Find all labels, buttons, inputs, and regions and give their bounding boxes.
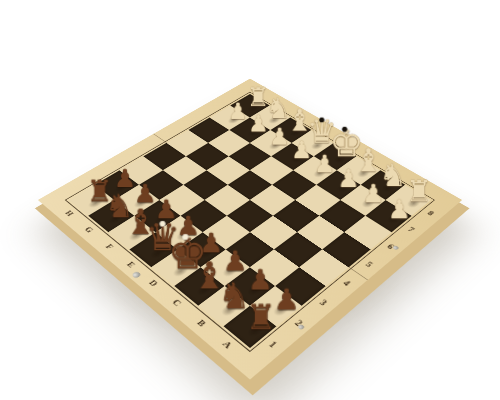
perspective-wrapper: ♜♟♟♜♞♟♟♞♝♟♟♝♛♟♟♛♚♟♟♚♝♟♟♝♞♟♟♞♜♟♟♜ HGFEDCB…	[0, 0, 500, 400]
chessboard-frame: ♜♟♟♜♞♟♟♞♝♟♟♝♛♟♟♛♚♟♟♚♝♟♟♝♞♟♟♞♜♟♟♜ HGFEDCB…	[38, 79, 462, 380]
rook-glyph: ♜	[242, 301, 280, 335]
painted-finial-tip	[319, 118, 324, 123]
pawn-glyph: ♟	[383, 197, 416, 223]
piece-brown-rook-a1[interactable]: ♜	[242, 301, 280, 335]
board-grid: ♜♟♟♜♞♟♟♞♝♟♟♝♛♟♟♛♚♟♟♚♝♟♟♝♞♟♟♞♜♟♟♜	[69, 94, 431, 348]
painted-finial-tip	[342, 127, 347, 132]
painted-finial-tip	[160, 221, 165, 226]
square-e4[interactable]	[205, 185, 250, 216]
square-c5[interactable]	[273, 200, 319, 232]
painted-finial-tip	[183, 234, 188, 239]
photo-scene: ♜♟♟♜♞♟♟♞♝♟♟♝♛♟♟♛♚♟♟♚♝♟♟♝♞♟♟♞♜♟♟♜ HGFEDCB…	[0, 0, 500, 400]
piece-cream-pawn-a7[interactable]: ♟	[383, 197, 416, 223]
